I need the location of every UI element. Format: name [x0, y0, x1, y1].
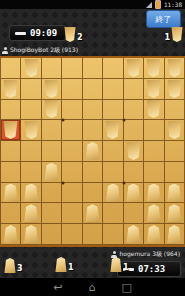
- board-cell-2h[interactable]: 銀将: [144, 203, 164, 224]
- piece-knight[interactable]: 桂馬: [146, 225, 161, 243]
- board-cell-1i[interactable]: 玉将: [165, 224, 185, 245]
- bottom-hand-piece[interactable]: 桂馬1: [55, 257, 74, 272]
- board-cell-2c[interactable]: 歩兵: [144, 100, 164, 121]
- piece-pawn[interactable]: 歩兵: [44, 163, 59, 181]
- board-cell-3b[interactable]: [124, 79, 144, 100]
- piece-pawn[interactable]: 歩兵: [3, 184, 18, 202]
- board-cell-1g[interactable]: 歩兵: [165, 183, 185, 204]
- board-cell-5i[interactable]: [83, 224, 103, 245]
- board-cell-6i[interactable]: [62, 224, 82, 245]
- bottom-hand-piece[interactable]: 飛車1: [110, 257, 129, 272]
- board-cell-8e[interactable]: [21, 141, 41, 162]
- board-cell-9i[interactable]: 香車: [1, 224, 21, 245]
- piece-gold[interactable]: 金将: [126, 225, 141, 243]
- board-cell-4g[interactable]: 飛車: [103, 183, 123, 204]
- board-cell-8g[interactable]: 歩兵: [21, 183, 41, 204]
- board-star-dot: [61, 119, 64, 122]
- status-time: 11:38: [164, 1, 182, 8]
- piece-gold[interactable]: 金将: [146, 59, 161, 77]
- board-cell-1d[interactable]: 歩兵: [165, 120, 185, 141]
- board-cell-7c[interactable]: 歩兵: [42, 100, 62, 121]
- piece-king[interactable]: 玉将: [167, 59, 182, 77]
- board-cell-2a[interactable]: 金将: [144, 58, 164, 79]
- piece-knight[interactable]: 桂馬: [24, 59, 39, 77]
- board-cell-9a[interactable]: [1, 58, 21, 79]
- piece-silver[interactable]: 銀将: [146, 80, 161, 98]
- board-cell-7g[interactable]: [42, 183, 62, 204]
- recents-icon[interactable]: □: [121, 282, 131, 293]
- piece-pawn[interactable]: 歩兵: [64, 27, 76, 42]
- clock-indicator-bar: [15, 32, 26, 35]
- piece-knight[interactable]: 桂馬: [24, 225, 39, 243]
- board-cell-3a[interactable]: 金将: [124, 58, 144, 79]
- board-grid: 桂馬金将金将玉将香車角行銀将香車歩兵歩兵歩兵歩兵銀将歩兵歩兵歩兵歩兵歩兵歩兵飛車…: [0, 58, 185, 245]
- board-cell-8b[interactable]: [21, 79, 41, 100]
- board-cell-9c[interactable]: [1, 100, 21, 121]
- back-icon[interactable]: ↩: [53, 282, 62, 293]
- hand-piece-count: 3: [17, 264, 23, 273]
- board-cell-1c[interactable]: [165, 100, 185, 121]
- board-cell-6a[interactable]: [62, 58, 82, 79]
- board-cell-6h[interactable]: [62, 203, 82, 224]
- board-cell-6b[interactable]: [62, 79, 82, 100]
- piece-pawn[interactable]: 歩兵: [146, 100, 161, 118]
- piece-pawn[interactable]: 歩兵: [146, 184, 161, 202]
- board-cell-1f[interactable]: [165, 162, 185, 183]
- top-player-row: ShogiBoyBot 2級 (913): [2, 46, 78, 55]
- piece-lance[interactable]: 香車: [3, 225, 18, 243]
- hand-piece-count: 2: [77, 33, 83, 42]
- piece-lance[interactable]: 香車: [167, 204, 182, 222]
- signal-icon: [146, 2, 152, 8]
- board-cell-7a[interactable]: [42, 58, 62, 79]
- board-cell-4b[interactable]: [103, 79, 123, 100]
- shogi-board: 桂馬金将金将玉将香車角行銀将香車歩兵歩兵歩兵歩兵銀将歩兵歩兵歩兵歩兵歩兵歩兵飛車…: [0, 56, 185, 247]
- board-cell-2i[interactable]: 桂馬: [144, 224, 164, 245]
- piece-king[interactable]: 玉将: [167, 225, 182, 243]
- board-cell-7i[interactable]: [42, 224, 62, 245]
- board-cell-5c[interactable]: [83, 100, 103, 121]
- person-icon: [2, 47, 8, 54]
- board-cell-8d[interactable]: 歩兵: [21, 120, 41, 141]
- board-cell-9h[interactable]: [1, 203, 21, 224]
- board-cell-2e[interactable]: [144, 141, 164, 162]
- piece-pawn[interactable]: 歩兵: [85, 142, 100, 160]
- piece-silver[interactable]: 銀将: [171, 27, 183, 42]
- board-cell-9d[interactable]: 歩兵: [1, 120, 21, 141]
- board-cell-9b[interactable]: 香車: [1, 79, 21, 100]
- piece-bishop[interactable]: 角行: [24, 204, 39, 222]
- android-status-bar: 11:38: [0, 0, 185, 9]
- board-star-dot: [61, 181, 64, 184]
- board-cell-3i[interactable]: 金将: [124, 224, 144, 245]
- board-cell-2f[interactable]: [144, 162, 164, 183]
- home-icon[interactable]: ⌂: [88, 282, 95, 293]
- board-cell-5h[interactable]: 金将: [83, 203, 103, 224]
- piece-pawn[interactable]: 歩兵: [126, 184, 141, 202]
- board-cell-7e[interactable]: [42, 141, 62, 162]
- piece-gold[interactable]: 金将: [126, 59, 141, 77]
- top-hand-piece[interactable]: 歩兵2: [64, 27, 83, 42]
- board-cell-4d[interactable]: 銀将: [103, 120, 123, 141]
- bottom-clock-time: 07:33: [138, 264, 165, 274]
- piece-bishop[interactable]: 角行: [44, 80, 59, 98]
- battery-icon: [155, 0, 161, 9]
- board-cell-8f[interactable]: [21, 162, 41, 183]
- board-cell-5g[interactable]: [83, 183, 103, 204]
- board-cell-7b[interactable]: 角行: [42, 79, 62, 100]
- board-cell-8c[interactable]: [21, 100, 41, 121]
- quit-button[interactable]: 終了: [146, 10, 181, 28]
- board-cell-2g[interactable]: 歩兵: [144, 183, 164, 204]
- board-cell-3c[interactable]: [124, 100, 144, 121]
- board-cell-9e[interactable]: [1, 141, 21, 162]
- board-cell-1h[interactable]: 香車: [165, 203, 185, 224]
- board-cell-1e[interactable]: [165, 141, 185, 162]
- board-cell-2b[interactable]: 銀将: [144, 79, 164, 100]
- board-cell-3h[interactable]: [124, 203, 144, 224]
- piece-pawn[interactable]: 歩兵: [126, 142, 141, 160]
- board-cell-8i[interactable]: 桂馬: [21, 224, 41, 245]
- board-cell-6e[interactable]: [62, 141, 82, 162]
- board-cell-6f[interactable]: [62, 162, 82, 183]
- board-star-dot: [123, 119, 126, 122]
- piece-lance[interactable]: 香車: [167, 80, 182, 98]
- board-cell-2d[interactable]: [144, 120, 164, 141]
- board-cell-9f[interactable]: [1, 162, 21, 183]
- board-cell-4i[interactable]: [103, 224, 123, 245]
- board-cell-4f[interactable]: [103, 162, 123, 183]
- board-cell-4e[interactable]: [103, 141, 123, 162]
- board-cell-5a[interactable]: [83, 58, 103, 79]
- board-star-dot: [123, 181, 126, 184]
- board-cell-7d[interactable]: [42, 120, 62, 141]
- piece-gold[interactable]: 金将: [85, 204, 100, 222]
- board-cell-9g[interactable]: 歩兵: [1, 183, 21, 204]
- top-player-name: ShogiBoyBot 2級 (913): [10, 46, 78, 55]
- piece-pawn[interactable]: 歩兵: [24, 184, 39, 202]
- hand-piece-count: 1: [68, 263, 74, 272]
- shogi-app-screen: 11:38 終了 09:09 ShogiBoyBot 2級 (913) 桂馬金将…: [0, 0, 185, 296]
- top-player-clock: 09:09: [9, 25, 66, 41]
- piece-pawn[interactable]: 歩兵: [167, 121, 182, 139]
- board-cell-8h[interactable]: 角行: [21, 203, 41, 224]
- hand-piece-count: 1: [164, 33, 170, 42]
- board-cell-3g[interactable]: 歩兵: [124, 183, 144, 204]
- board-cell-1b[interactable]: 香車: [165, 79, 185, 100]
- board-cell-3e[interactable]: 歩兵: [124, 141, 144, 162]
- board-cell-3f[interactable]: [124, 162, 144, 183]
- piece-knight[interactable]: 桂馬: [55, 257, 67, 272]
- board-cell-5b[interactable]: [83, 79, 103, 100]
- board-cell-1a[interactable]: 玉将: [165, 58, 185, 79]
- board-cell-4h[interactable]: [103, 203, 123, 224]
- board-cell-5e[interactable]: 歩兵: [83, 141, 103, 162]
- board-cell-6c[interactable]: [62, 100, 82, 121]
- board-cell-3d[interactable]: [124, 120, 144, 141]
- board-cell-4c[interactable]: [103, 100, 123, 121]
- board-cell-5d[interactable]: [83, 120, 103, 141]
- board-cell-7f[interactable]: 歩兵: [42, 162, 62, 183]
- piece-lance[interactable]: 香車: [3, 80, 18, 98]
- piece-pawn[interactable]: 歩兵: [24, 121, 39, 139]
- top-clock-time: 09:09: [30, 28, 57, 38]
- piece-rook[interactable]: 飛車: [105, 184, 120, 202]
- piece-rook[interactable]: 飛車: [110, 257, 122, 272]
- piece-pawn[interactable]: 歩兵: [167, 184, 182, 202]
- piece-pawn[interactable]: 歩兵: [4, 258, 16, 273]
- piece-silver[interactable]: 銀将: [105, 121, 120, 139]
- piece-silver[interactable]: 銀将: [146, 204, 161, 222]
- hand-piece-count: 1: [123, 263, 129, 272]
- board-cell-7h[interactable]: [42, 203, 62, 224]
- piece-pawn[interactable]: 歩兵: [44, 100, 59, 118]
- top-hand-piece[interactable]: 1銀将: [164, 27, 183, 42]
- board-cell-6g[interactable]: [62, 183, 82, 204]
- android-nav-bar: ↩ ⌂ □: [0, 278, 185, 296]
- board-cell-8a[interactable]: 桂馬: [21, 58, 41, 79]
- bottom-hand-piece[interactable]: 歩兵3: [4, 258, 23, 273]
- board-cell-6d[interactable]: [62, 120, 82, 141]
- board-cell-4a[interactable]: [103, 58, 123, 79]
- piece-pawn[interactable]: 歩兵: [3, 121, 18, 139]
- board-cell-5f[interactable]: [83, 162, 103, 183]
